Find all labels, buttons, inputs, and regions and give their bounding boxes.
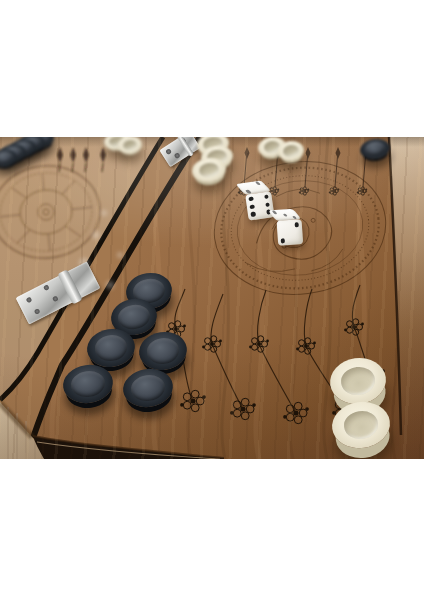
die-pip (292, 216, 298, 219)
checker-white (327, 354, 389, 407)
die-pip (251, 212, 256, 217)
page-background (0, 0, 424, 600)
die-pip (282, 213, 288, 216)
hinge-screw (165, 148, 172, 155)
die (244, 180, 275, 221)
hinge (159, 137, 200, 167)
hinge-screw (173, 153, 180, 160)
checker-black (359, 137, 391, 161)
hinge-screw (52, 295, 59, 302)
pieces-layer (0, 137, 424, 459)
checker-black (121, 366, 176, 411)
die (276, 208, 303, 246)
hinge-screw (43, 285, 50, 292)
die-pip (295, 222, 300, 227)
die-pip (265, 202, 270, 207)
checker-black (61, 362, 116, 407)
checker-white (329, 398, 393, 452)
hinge-screw (26, 297, 33, 304)
die-pip (281, 238, 286, 243)
die-pip (272, 210, 278, 213)
die-front-face (245, 191, 274, 220)
die-pip (264, 195, 269, 200)
hinge-screw (33, 308, 40, 315)
die-pip (249, 197, 254, 202)
backgammon-photo (0, 137, 424, 459)
die-pip (250, 205, 255, 210)
checker-white (117, 137, 143, 156)
hinge-screw (180, 137, 187, 144)
checker-black (137, 329, 190, 373)
die-pip (255, 182, 261, 185)
hinge (16, 261, 101, 324)
die-front-face (277, 219, 304, 246)
